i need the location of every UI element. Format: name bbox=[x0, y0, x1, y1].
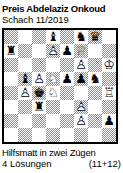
square-c4: ♚ bbox=[32, 86, 46, 100]
diagram-header: Preis Abdelaziz Onkoud Schach 11/2019 bbox=[0, 0, 123, 25]
square-a7: ♜ bbox=[4, 44, 18, 58]
square-f2: ♟♙ bbox=[74, 114, 88, 128]
square-d8: ♝ bbox=[46, 30, 60, 44]
piece-glyph: ♞ bbox=[88, 72, 102, 86]
square-e8 bbox=[60, 30, 74, 44]
black-queen: ♛ bbox=[88, 30, 102, 44]
square-c2 bbox=[32, 114, 46, 128]
square-f8: ♞ bbox=[74, 30, 88, 44]
square-h6: ♚♔ bbox=[102, 58, 116, 72]
square-h3 bbox=[102, 100, 116, 114]
white-rook: ♜♖ bbox=[102, 86, 116, 100]
piece-glyph: ♙ bbox=[74, 114, 88, 128]
piece-glyph: ♜ bbox=[4, 44, 18, 58]
square-a8 bbox=[4, 30, 18, 44]
square-h2: ♟ bbox=[102, 114, 116, 128]
white-pawn: ♟♙ bbox=[46, 44, 60, 58]
square-f6: ♟♙ bbox=[74, 58, 88, 72]
piece-glyph: ♙ bbox=[74, 58, 88, 72]
square-d6 bbox=[46, 58, 60, 72]
white-king: ♚♔ bbox=[102, 58, 116, 72]
white-pawn: ♟♙ bbox=[32, 72, 46, 86]
black-rook: ♜ bbox=[32, 100, 46, 114]
chess-problem-diagram: Preis Abdelaziz Onkoud Schach 11/2019 ♝♞… bbox=[0, 0, 123, 173]
square-f5: ♟ bbox=[74, 72, 88, 86]
square-f3: ♟♙ bbox=[74, 100, 88, 114]
piece-glyph: ♙ bbox=[18, 86, 32, 100]
square-c6 bbox=[32, 58, 46, 72]
piece-glyph: ♙ bbox=[32, 72, 46, 86]
square-e2 bbox=[60, 114, 74, 128]
square-g6 bbox=[88, 58, 102, 72]
piece-glyph: ♚ bbox=[32, 86, 46, 100]
black-knight: ♞ bbox=[88, 72, 102, 86]
white-queen: ♛♕ bbox=[74, 44, 88, 58]
white-pawn: ♟♙ bbox=[18, 86, 32, 100]
square-d1 bbox=[46, 128, 60, 142]
problem-title: Preis Abdelaziz Onkoud bbox=[2, 3, 123, 14]
piece-glyph: ♟ bbox=[60, 44, 74, 58]
piece-glyph: ♟ bbox=[74, 72, 88, 86]
square-g2 bbox=[88, 114, 102, 128]
square-g4 bbox=[88, 86, 102, 100]
square-g8: ♛ bbox=[88, 30, 102, 44]
square-a5 bbox=[4, 72, 18, 86]
solutions-count: 4 Lösungen bbox=[2, 158, 52, 169]
problem-source: Schach 11/2019 bbox=[2, 14, 123, 25]
square-c5: ♟♙ bbox=[32, 72, 46, 86]
piece-glyph: ♙ bbox=[74, 100, 88, 114]
black-king: ♚ bbox=[32, 86, 46, 100]
piece-glyph: ♘ bbox=[46, 86, 60, 100]
square-h1 bbox=[102, 128, 116, 142]
square-d3 bbox=[46, 100, 60, 114]
piece-glyph: ♜ bbox=[32, 100, 46, 114]
chessboard: ♝♞♛♜♟♙♟♛♕♟♙♚♔♝♟♙♞♘♟♟♞♟♙♚♞♘♜♖♜♟♙♟♙♟ bbox=[2, 28, 118, 144]
square-b2 bbox=[18, 114, 32, 128]
square-d2 bbox=[46, 114, 60, 128]
white-pawn: ♟♙ bbox=[74, 100, 88, 114]
square-f7: ♛♕ bbox=[74, 44, 88, 58]
piece-glyph: ♞ bbox=[74, 30, 88, 44]
square-g5: ♞ bbox=[88, 72, 102, 86]
square-h4: ♜♖ bbox=[102, 86, 116, 100]
piece-glyph: ♛ bbox=[88, 30, 102, 44]
square-e1 bbox=[60, 128, 74, 142]
square-b1 bbox=[18, 128, 32, 142]
black-pawn: ♟ bbox=[60, 44, 74, 58]
square-g1 bbox=[88, 128, 102, 142]
square-a4 bbox=[4, 86, 18, 100]
square-a2 bbox=[4, 114, 18, 128]
square-h5 bbox=[102, 72, 116, 86]
white-knight: ♞♘ bbox=[46, 72, 60, 86]
square-b4: ♟♙ bbox=[18, 86, 32, 100]
black-pawn: ♟ bbox=[74, 72, 88, 86]
square-e3 bbox=[60, 100, 74, 114]
square-f4 bbox=[74, 86, 88, 100]
square-b8 bbox=[18, 30, 32, 44]
black-rook: ♜ bbox=[4, 44, 18, 58]
square-d4: ♞♘ bbox=[46, 86, 60, 100]
piece-glyph: ♝ bbox=[46, 30, 60, 44]
square-g3 bbox=[88, 100, 102, 114]
square-f1 bbox=[74, 128, 88, 142]
square-e4 bbox=[60, 86, 74, 100]
square-d5: ♞♘ bbox=[46, 72, 60, 86]
square-c8 bbox=[32, 30, 46, 44]
white-pawn: ♟♙ bbox=[74, 58, 88, 72]
square-b7 bbox=[18, 44, 32, 58]
black-pawn: ♟ bbox=[102, 114, 116, 128]
piece-glyph: ♟ bbox=[102, 114, 116, 128]
square-a1 bbox=[4, 128, 18, 142]
square-e7: ♟ bbox=[60, 44, 74, 58]
square-e6 bbox=[60, 58, 74, 72]
piece-glyph: ♕ bbox=[74, 44, 88, 58]
black-pawn: ♟ bbox=[60, 72, 74, 86]
black-bishop: ♝ bbox=[46, 30, 60, 44]
square-d7: ♟♙ bbox=[46, 44, 60, 58]
square-b5: ♝ bbox=[18, 72, 32, 86]
square-g7 bbox=[88, 44, 102, 58]
piece-glyph: ♖ bbox=[102, 86, 116, 100]
caption-second-line: 4 Lösungen (11+12) bbox=[2, 158, 121, 169]
piece-glyph: ♙ bbox=[46, 44, 60, 58]
square-h7 bbox=[102, 44, 116, 58]
square-h8 bbox=[102, 30, 116, 44]
diagram-caption: Hilfsmatt in zwei Zügen 4 Lösungen (11+1… bbox=[0, 144, 121, 169]
white-pawn: ♟♙ bbox=[74, 114, 88, 128]
piece-glyph: ♝ bbox=[18, 72, 32, 86]
black-bishop: ♝ bbox=[18, 72, 32, 86]
piece-glyph: ♔ bbox=[102, 58, 116, 72]
white-knight: ♞♘ bbox=[46, 86, 60, 100]
material-count: (11+12) bbox=[89, 158, 121, 169]
square-e5: ♟ bbox=[60, 72, 74, 86]
square-a3 bbox=[4, 100, 18, 114]
square-c3: ♜ bbox=[32, 100, 46, 114]
piece-glyph: ♘ bbox=[46, 72, 60, 86]
square-c1 bbox=[32, 128, 46, 142]
piece-glyph: ♟ bbox=[60, 72, 74, 86]
square-b6 bbox=[18, 58, 32, 72]
square-a6 bbox=[4, 58, 18, 72]
black-knight: ♞ bbox=[74, 30, 88, 44]
stipulation-text: Hilfsmatt in zwei Zügen bbox=[2, 147, 121, 158]
square-c7 bbox=[32, 44, 46, 58]
square-b3 bbox=[18, 100, 32, 114]
